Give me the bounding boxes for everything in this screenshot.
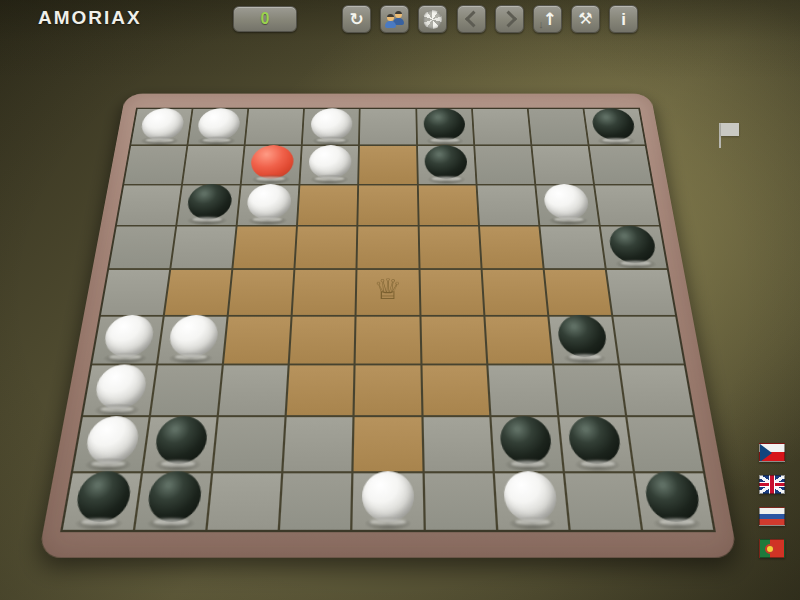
board-grid: ♕ — [60, 108, 716, 532]
board-cell[interactable] — [536, 185, 598, 225]
board-cell[interactable] — [422, 365, 489, 415]
board-cell[interactable] — [495, 473, 569, 530]
board-cell[interactable] — [229, 270, 294, 314]
players-button[interactable] — [380, 5, 409, 33]
board-cell[interactable]: ♕ — [357, 270, 419, 314]
wheel-button[interactable] — [418, 5, 447, 33]
piece-white[interactable] — [139, 108, 185, 140]
piece-white[interactable] — [101, 315, 155, 357]
board-cell[interactable] — [238, 185, 299, 225]
board-wood-frame: ♕ — [38, 94, 738, 558]
board-cell[interactable] — [171, 226, 235, 268]
board-cell[interactable] — [356, 316, 420, 363]
board-cell[interactable] — [143, 418, 216, 471]
piece-black[interactable] — [608, 225, 659, 262]
board-cell[interactable] — [419, 226, 480, 268]
piece-black[interactable] — [591, 108, 637, 140]
board-cell[interactable] — [242, 146, 301, 184]
piece-black[interactable] — [499, 416, 553, 464]
language-flag-portugal[interactable] — [759, 539, 785, 558]
language-flag-czech[interactable] — [759, 443, 785, 462]
settings-button[interactable]: ⚒ — [571, 5, 600, 33]
board-cell[interactable] — [183, 146, 244, 184]
board-cell[interactable] — [480, 226, 543, 268]
piece-white[interactable] — [246, 184, 292, 219]
piece-white[interactable] — [362, 472, 415, 523]
wheel-icon — [423, 10, 442, 29]
piece-white[interactable] — [92, 364, 148, 409]
board-cell[interactable] — [117, 185, 181, 225]
board-cell[interactable] — [613, 316, 683, 363]
board-cell[interactable] — [589, 146, 651, 184]
board-cell[interactable] — [246, 109, 304, 145]
arrow-up-icon: ↓ ↑ — [538, 11, 557, 28]
board-cell[interactable] — [135, 473, 211, 530]
board-cell[interactable] — [421, 316, 486, 363]
board-cell[interactable] — [601, 226, 667, 268]
board-cell[interactable] — [224, 316, 291, 363]
board-cell[interactable] — [635, 473, 713, 530]
piece-white[interactable] — [310, 108, 352, 140]
board-cell[interactable] — [475, 146, 534, 184]
next-move-button[interactable] — [495, 5, 524, 33]
board-cell[interactable] — [595, 185, 659, 225]
board-cell[interactable] — [540, 226, 604, 268]
board-cell[interactable] — [549, 316, 618, 363]
chevron-left-icon — [464, 11, 481, 28]
game-board: ♕ — [38, 94, 738, 558]
board-cell[interactable] — [620, 365, 693, 415]
board-cell[interactable] — [131, 109, 191, 145]
piece-black[interactable] — [567, 416, 623, 464]
board-cell[interactable] — [301, 146, 359, 184]
language-flag-russia[interactable] — [759, 507, 785, 526]
board-cell[interactable] — [158, 316, 227, 363]
board-cell[interactable] — [63, 473, 141, 530]
piece-black[interactable] — [424, 145, 468, 179]
board-cell[interactable] — [545, 270, 611, 314]
board-cell[interactable] — [482, 270, 547, 314]
board-cell[interactable] — [355, 365, 421, 415]
board-cell[interactable] — [488, 365, 557, 415]
board-cell[interactable] — [627, 418, 702, 471]
surrender-flag-icon[interactable] — [719, 122, 743, 149]
language-flag-uk[interactable] — [759, 475, 785, 494]
board-cell[interactable] — [296, 226, 357, 268]
board-cell[interactable] — [208, 473, 282, 530]
piece-black[interactable] — [145, 472, 203, 523]
board-cell[interactable] — [354, 418, 422, 471]
board-cell[interactable] — [528, 109, 587, 145]
board-cell[interactable] — [554, 365, 625, 415]
board-cell[interactable] — [298, 185, 357, 225]
board-cell[interactable] — [607, 270, 675, 314]
app-title: AMORIAX — [38, 7, 142, 29]
move-counter-value: 0 — [261, 10, 270, 28]
move-counter[interactable]: 0 — [233, 6, 297, 32]
piece-white[interactable] — [308, 145, 352, 179]
board-cell[interactable] — [165, 270, 231, 314]
board-cell[interactable] — [360, 146, 417, 184]
arrow-down-icon: ↓ — [538, 18, 544, 30]
piece-white[interactable] — [196, 108, 241, 140]
board-cell[interactable] — [477, 185, 538, 225]
info-button[interactable]: i — [609, 5, 638, 33]
board-cell[interactable] — [189, 109, 248, 145]
info-icon: i — [621, 11, 626, 28]
board-cell[interactable] — [73, 418, 148, 471]
board-cell[interactable] — [124, 146, 186, 184]
board-cell[interactable] — [417, 109, 473, 145]
board-cell[interactable] — [219, 365, 288, 415]
board-cell[interactable] — [92, 316, 162, 363]
board-cell[interactable] — [83, 365, 156, 415]
board-cell[interactable] — [280, 473, 351, 530]
board-cell[interactable] — [151, 365, 222, 415]
board-cell[interactable] — [420, 270, 483, 314]
piece-black[interactable] — [557, 315, 609, 357]
board-cell[interactable] — [284, 418, 353, 471]
board-cell[interactable] — [177, 185, 239, 225]
board-cell[interactable] — [109, 226, 175, 268]
board-cell[interactable] — [359, 185, 418, 225]
piece-white[interactable] — [543, 184, 591, 219]
board-cell[interactable] — [353, 473, 423, 530]
board-cell[interactable] — [290, 316, 355, 363]
piece-black[interactable] — [153, 416, 209, 464]
piece-black[interactable] — [423, 108, 465, 140]
board-cell[interactable] — [360, 109, 415, 145]
piece-black[interactable] — [73, 472, 133, 523]
previous-move-button[interactable] — [457, 5, 486, 33]
board-cell[interactable] — [473, 109, 531, 145]
refresh-button[interactable]: ↻ — [342, 5, 371, 33]
board-cell[interactable] — [424, 473, 495, 530]
piece-white[interactable] — [167, 315, 219, 357]
board-cell[interactable] — [214, 418, 285, 471]
refresh-icon: ↻ — [349, 11, 363, 28]
board-cell[interactable] — [418, 146, 476, 184]
board-cell[interactable] — [559, 418, 632, 471]
board-cell[interactable] — [358, 226, 418, 268]
board-cell[interactable] — [293, 270, 356, 314]
board-cell[interactable] — [491, 418, 562, 471]
chevron-right-icon — [500, 11, 517, 28]
tools-icon: ⚒ — [578, 11, 592, 27]
piece-black[interactable] — [643, 472, 703, 523]
piece-white[interactable] — [83, 416, 141, 464]
board-cell[interactable] — [565, 473, 641, 530]
piece-black[interactable] — [185, 184, 233, 219]
board-cell[interactable] — [418, 185, 477, 225]
piece-red[interactable] — [249, 145, 294, 179]
upload-moves-button[interactable]: ↓ ↑ — [533, 5, 562, 33]
board-cell[interactable] — [101, 270, 169, 314]
board-cell[interactable] — [234, 226, 297, 268]
piece-white[interactable] — [503, 472, 559, 523]
crown-icon: ♕ — [373, 273, 403, 307]
board-cell[interactable] — [303, 109, 359, 145]
players-icon — [385, 11, 404, 27]
board-cell[interactable] — [532, 146, 593, 184]
board-cell[interactable] — [485, 316, 552, 363]
amoriax-app: { "game": "Amoriax (Tablut / tafl-style … — [0, 0, 800, 600]
board-cell[interactable] — [584, 109, 644, 145]
board-cell[interactable] — [287, 365, 354, 415]
board-cell[interactable] — [423, 418, 492, 471]
